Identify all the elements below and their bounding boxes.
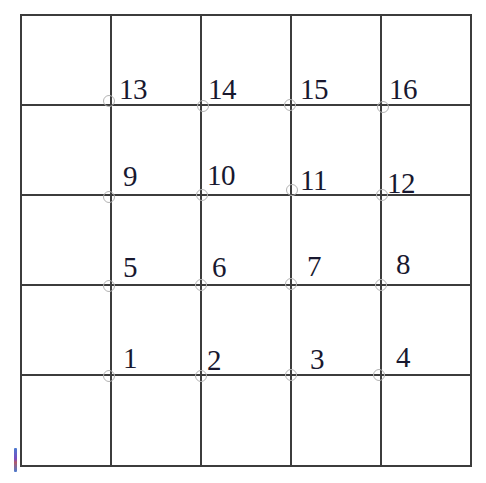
grid-line-vertical: [20, 14, 22, 467]
vertex-label-8: 8: [396, 250, 410, 279]
vertex-label-14: 14: [208, 75, 236, 104]
grid-line-vertical: [110, 14, 112, 467]
grid-line-vertical: [380, 14, 382, 467]
vertex-label-10: 10: [207, 161, 235, 190]
vertex-marker: [285, 278, 297, 290]
grid-line-horizontal: [20, 14, 472, 16]
vertex-marker: [103, 370, 115, 382]
vertex-marker: [103, 95, 115, 107]
vertex-label-2: 2: [207, 346, 221, 375]
grid-line-vertical: [290, 14, 292, 467]
vertex-label-12: 12: [387, 169, 415, 198]
lattice-diagram: 12345678910111213141516: [0, 0, 486, 483]
vertex-marker: [103, 280, 115, 292]
vertex-marker: [377, 101, 389, 113]
vertex-label-7: 7: [307, 252, 321, 281]
vertex-marker: [103, 191, 115, 203]
vertex-marker: [373, 369, 385, 381]
vertex-marker: [285, 369, 297, 381]
vertex-label-11: 11: [300, 166, 327, 195]
vertex-label-6: 6: [212, 253, 226, 282]
vertex-label-9: 9: [123, 162, 137, 191]
vertex-marker: [375, 279, 387, 291]
vertex-marker: [195, 370, 207, 382]
grid-line-vertical: [200, 14, 202, 467]
vertex-label-1: 1: [123, 344, 137, 373]
vertex-label-16: 16: [389, 75, 417, 104]
vertex-label-3: 3: [310, 345, 324, 374]
stray-text-cursor: [14, 448, 17, 472]
vertex-label-15: 15: [300, 75, 328, 104]
vertex-marker: [284, 99, 296, 111]
grid-line-horizontal: [20, 284, 472, 286]
grid-line-vertical: [470, 14, 472, 467]
vertex-marker: [376, 189, 388, 201]
vertex-label-13: 13: [119, 75, 147, 104]
vertex-label-5: 5: [123, 253, 137, 282]
vertex-marker: [195, 279, 207, 291]
grid-line-horizontal: [20, 374, 472, 376]
grid-line-horizontal: [20, 465, 472, 467]
vertex-label-4: 4: [396, 343, 410, 372]
